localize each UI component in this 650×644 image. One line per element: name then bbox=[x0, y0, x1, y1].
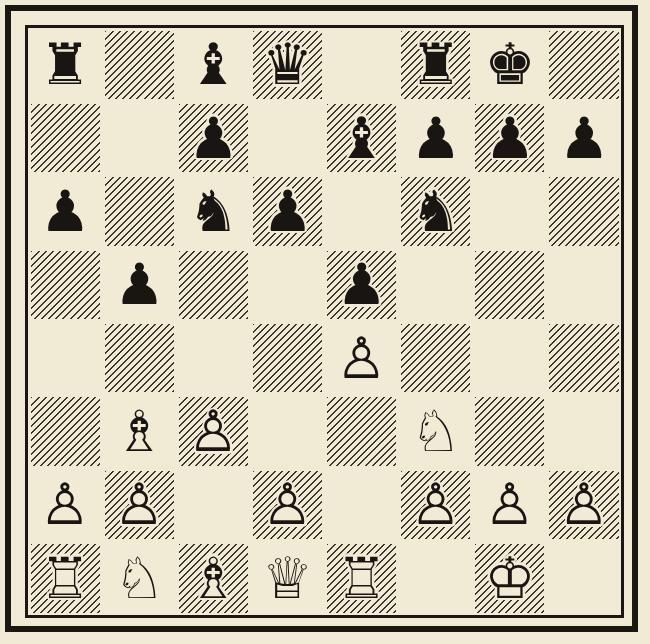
white-pawn-glyph-icon: ♙ bbox=[114, 476, 165, 533]
piece-black-pawn: ♟♟ bbox=[250, 175, 324, 248]
square-h7[interactable]: ♟♟ bbox=[547, 101, 621, 174]
square-a2[interactable]: ♟♙ bbox=[28, 468, 102, 541]
piece-white-pawn: ♟♙ bbox=[102, 468, 176, 541]
piece-white-knight: ♞♘ bbox=[102, 542, 176, 615]
piece-white-king: ♚♔ bbox=[473, 542, 547, 615]
square-a3[interactable] bbox=[28, 395, 102, 468]
piece-black-pawn: ♟♟ bbox=[325, 248, 399, 321]
piece-black-pawn: ♟♟ bbox=[399, 101, 473, 174]
square-c6[interactable]: ♞♞ bbox=[176, 175, 250, 248]
square-h5[interactable] bbox=[547, 248, 621, 321]
square-d3[interactable] bbox=[250, 395, 324, 468]
piece-black-rook: ♜♜ bbox=[399, 28, 473, 101]
square-a5[interactable] bbox=[28, 248, 102, 321]
square-b4[interactable] bbox=[102, 322, 176, 395]
black-pawn-glyph-icon: ♟ bbox=[262, 183, 313, 240]
square-e7[interactable]: ♝♝ bbox=[325, 101, 399, 174]
piece-white-pawn: ♟♙ bbox=[250, 468, 324, 541]
white-pawn-glyph-icon: ♙ bbox=[336, 330, 387, 387]
piece-black-bishop: ♝♝ bbox=[176, 28, 250, 101]
black-knight-glyph-icon: ♞ bbox=[188, 183, 239, 240]
black-rook-glyph-icon: ♜ bbox=[410, 36, 461, 93]
piece-black-knight: ♞♞ bbox=[176, 175, 250, 248]
square-g8[interactable]: ♚♚ bbox=[473, 28, 547, 101]
black-bishop-glyph-icon: ♝ bbox=[188, 36, 239, 93]
piece-white-pawn: ♟♙ bbox=[473, 468, 547, 541]
black-pawn-glyph-icon: ♟ bbox=[558, 110, 609, 167]
square-g2[interactable]: ♟♙ bbox=[473, 468, 547, 541]
piece-black-pawn: ♟♟ bbox=[28, 175, 102, 248]
square-f3[interactable]: ♞♘ bbox=[399, 395, 473, 468]
square-g5[interactable] bbox=[473, 248, 547, 321]
piece-black-king: ♚♚ bbox=[473, 28, 547, 101]
piece-black-pawn: ♟♟ bbox=[176, 101, 250, 174]
square-e5[interactable]: ♟♟ bbox=[325, 248, 399, 321]
square-e3[interactable] bbox=[325, 395, 399, 468]
square-g6[interactable] bbox=[473, 175, 547, 248]
square-f8[interactable]: ♜♜ bbox=[399, 28, 473, 101]
square-h1[interactable] bbox=[547, 542, 621, 615]
square-e2[interactable] bbox=[325, 468, 399, 541]
square-b6[interactable] bbox=[102, 175, 176, 248]
piece-black-pawn: ♟♟ bbox=[102, 248, 176, 321]
square-a6[interactable]: ♟♟ bbox=[28, 175, 102, 248]
square-d5[interactable] bbox=[250, 248, 324, 321]
black-pawn-glyph-icon: ♟ bbox=[188, 110, 239, 167]
square-a7[interactable] bbox=[28, 101, 102, 174]
black-pawn-glyph-icon: ♟ bbox=[40, 183, 91, 240]
square-a4[interactable] bbox=[28, 322, 102, 395]
square-c3[interactable]: ♟♙ bbox=[176, 395, 250, 468]
square-b8[interactable] bbox=[102, 28, 176, 101]
piece-white-pawn: ♟♙ bbox=[325, 322, 399, 395]
square-h8[interactable] bbox=[547, 28, 621, 101]
piece-black-pawn: ♟♟ bbox=[547, 101, 621, 174]
square-a8[interactable]: ♜♜ bbox=[28, 28, 102, 101]
square-c5[interactable] bbox=[176, 248, 250, 321]
square-f1[interactable] bbox=[399, 542, 473, 615]
square-c1[interactable]: ♝♗ bbox=[176, 542, 250, 615]
black-pawn-glyph-icon: ♟ bbox=[114, 256, 165, 313]
square-b7[interactable] bbox=[102, 101, 176, 174]
white-knight-glyph-icon: ♘ bbox=[410, 403, 461, 460]
piece-black-pawn: ♟♟ bbox=[473, 101, 547, 174]
white-pawn-glyph-icon: ♙ bbox=[484, 476, 535, 533]
square-g7[interactable]: ♟♟ bbox=[473, 101, 547, 174]
black-rook-glyph-icon: ♜ bbox=[40, 36, 91, 93]
square-f6[interactable]: ♞♞ bbox=[399, 175, 473, 248]
square-c8[interactable]: ♝♝ bbox=[176, 28, 250, 101]
white-rook-glyph-icon: ♖ bbox=[40, 550, 91, 607]
white-bishop-glyph-icon: ♗ bbox=[114, 403, 165, 460]
square-h2[interactable]: ♟♙ bbox=[547, 468, 621, 541]
black-queen-glyph-icon: ♛ bbox=[262, 36, 313, 93]
white-rook-glyph-icon: ♖ bbox=[336, 550, 387, 607]
square-f7[interactable]: ♟♟ bbox=[399, 101, 473, 174]
white-knight-glyph-icon: ♘ bbox=[114, 550, 165, 607]
square-e8[interactable] bbox=[325, 28, 399, 101]
square-f5[interactable] bbox=[399, 248, 473, 321]
square-b5[interactable]: ♟♟ bbox=[102, 248, 176, 321]
square-d4[interactable] bbox=[250, 322, 324, 395]
square-d6[interactable]: ♟♟ bbox=[250, 175, 324, 248]
white-pawn-glyph-icon: ♙ bbox=[188, 403, 239, 460]
square-e1[interactable]: ♜♖ bbox=[325, 542, 399, 615]
square-c4[interactable] bbox=[176, 322, 250, 395]
white-pawn-glyph-icon: ♙ bbox=[558, 476, 609, 533]
board: ♜♜♝♝♛♛♜♜♚♚♟♟♝♝♟♟♟♟♟♟♟♟♞♞♟♟♞♞♟♟♟♟♟♙♝♗♟♙♞♘… bbox=[25, 25, 624, 618]
black-bishop-glyph-icon: ♝ bbox=[336, 110, 387, 167]
piece-white-pawn: ♟♙ bbox=[28, 468, 102, 541]
piece-white-bishop: ♝♗ bbox=[102, 395, 176, 468]
square-d2[interactable]: ♟♙ bbox=[250, 468, 324, 541]
black-king-glyph-icon: ♚ bbox=[484, 36, 535, 93]
piece-white-bishop: ♝♗ bbox=[176, 542, 250, 615]
square-b3[interactable]: ♝♗ bbox=[102, 395, 176, 468]
square-c2[interactable] bbox=[176, 468, 250, 541]
black-knight-glyph-icon: ♞ bbox=[410, 183, 461, 240]
piece-black-knight: ♞♞ bbox=[399, 175, 473, 248]
piece-black-bishop: ♝♝ bbox=[325, 101, 399, 174]
white-king-glyph-icon: ♔ bbox=[484, 550, 535, 607]
square-g3[interactable] bbox=[473, 395, 547, 468]
piece-white-rook: ♜♖ bbox=[325, 542, 399, 615]
square-d1[interactable]: ♛♕ bbox=[250, 542, 324, 615]
piece-black-queen: ♛♛ bbox=[250, 28, 324, 101]
square-f4[interactable] bbox=[399, 322, 473, 395]
white-pawn-glyph-icon: ♙ bbox=[40, 476, 91, 533]
white-queen-glyph-icon: ♕ bbox=[262, 550, 313, 607]
square-e6[interactable] bbox=[325, 175, 399, 248]
white-bishop-glyph-icon: ♗ bbox=[188, 550, 239, 607]
square-e4[interactable]: ♟♙ bbox=[325, 322, 399, 395]
square-g1[interactable]: ♚♔ bbox=[473, 542, 547, 615]
square-a1[interactable]: ♜♖ bbox=[28, 542, 102, 615]
piece-white-rook: ♜♖ bbox=[28, 542, 102, 615]
square-d7[interactable] bbox=[250, 101, 324, 174]
piece-white-pawn: ♟♙ bbox=[399, 468, 473, 541]
square-f2[interactable]: ♟♙ bbox=[399, 468, 473, 541]
piece-white-pawn: ♟♙ bbox=[547, 468, 621, 541]
piece-white-knight: ♞♘ bbox=[399, 395, 473, 468]
square-h4[interactable] bbox=[547, 322, 621, 395]
square-b2[interactable]: ♟♙ bbox=[102, 468, 176, 541]
piece-black-rook: ♜♜ bbox=[28, 28, 102, 101]
black-pawn-glyph-icon: ♟ bbox=[336, 256, 387, 313]
square-h3[interactable] bbox=[547, 395, 621, 468]
black-pawn-glyph-icon: ♟ bbox=[484, 110, 535, 167]
square-b1[interactable]: ♞♘ bbox=[102, 542, 176, 615]
square-c7[interactable]: ♟♟ bbox=[176, 101, 250, 174]
piece-white-pawn: ♟♙ bbox=[176, 395, 250, 468]
piece-white-queen: ♛♕ bbox=[250, 542, 324, 615]
square-h6[interactable] bbox=[547, 175, 621, 248]
white-pawn-glyph-icon: ♙ bbox=[262, 476, 313, 533]
square-g4[interactable] bbox=[473, 322, 547, 395]
square-d8[interactable]: ♛♛ bbox=[250, 28, 324, 101]
black-pawn-glyph-icon: ♟ bbox=[410, 110, 461, 167]
white-pawn-glyph-icon: ♙ bbox=[410, 476, 461, 533]
